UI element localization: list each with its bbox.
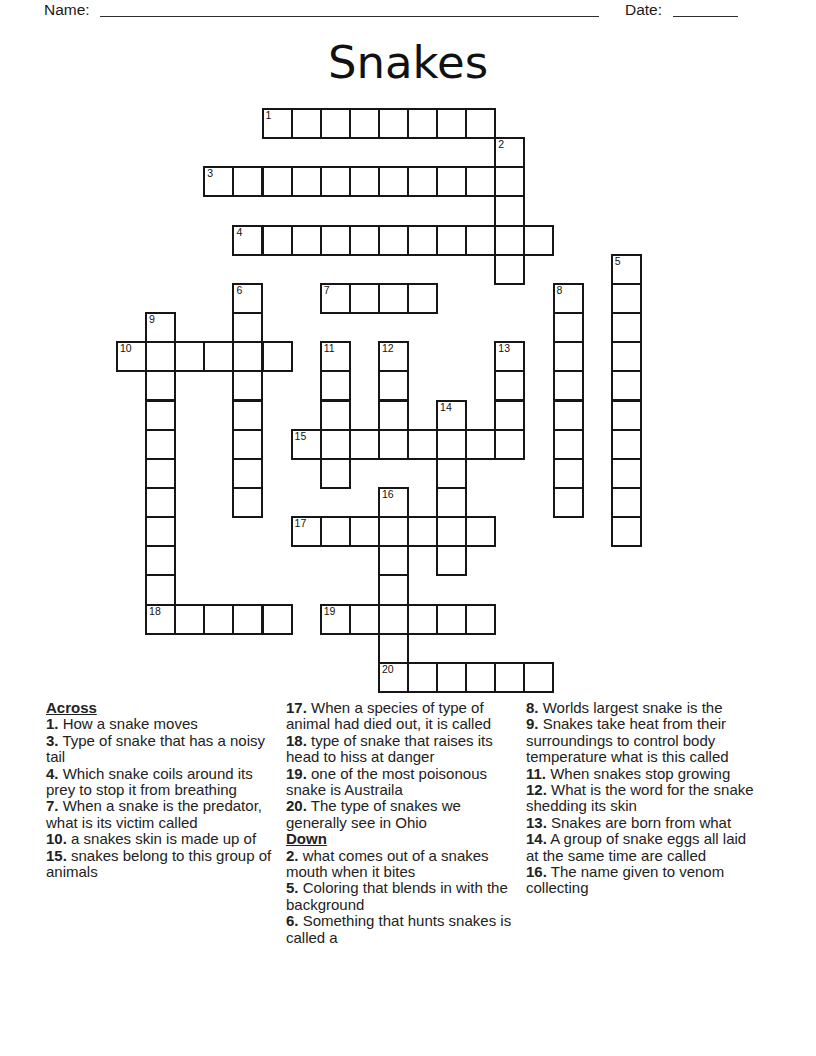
grid-cell-r19c14[interactable] (523, 662, 554, 693)
grid-cell-r8c4[interactable] (232, 341, 263, 372)
grid-cell-r13c11[interactable] (436, 487, 467, 518)
grid-cell-r0c12[interactable] (465, 108, 496, 139)
cell-number: 13 (498, 342, 510, 354)
grid-cell-r11c9[interactable] (378, 429, 409, 460)
grid-cell-r6c10[interactable] (407, 283, 438, 314)
grid-cell-r12c7[interactable] (320, 458, 351, 489)
grid-cell-r2c4[interactable] (232, 166, 263, 197)
down-heading: Down (286, 831, 514, 847)
clue-19: 19. one of the most poisonous snake is A… (286, 766, 514, 799)
cell-number: 1 (266, 109, 272, 121)
grid-cell-r9c7[interactable] (320, 370, 351, 401)
grid-cell-r11c7[interactable] (320, 429, 351, 460)
cell-number: 5 (615, 255, 621, 267)
cell-number: 3 (207, 167, 213, 179)
page-title: Snakes (0, 36, 816, 89)
grid-cell-r6c17[interactable] (611, 283, 642, 314)
grid-cell-r14c1[interactable] (145, 516, 176, 547)
grid-cell-r14c8[interactable] (349, 516, 380, 547)
grid-cell-r19c10[interactable] (407, 662, 438, 693)
grid-cell-r10c13[interactable] (494, 400, 525, 431)
grid-cell-r2c9[interactable] (378, 166, 409, 197)
grid-cell-r12c1[interactable] (145, 458, 176, 489)
cell-number: 6 (236, 284, 242, 296)
cell-number: 14 (440, 401, 452, 413)
grid-cell-r7c15[interactable] (553, 312, 584, 343)
grid-cell-r14c11[interactable] (436, 516, 467, 547)
grid-cell-r17c4[interactable] (232, 604, 263, 635)
grid-cell-r15c11[interactable] (436, 545, 467, 576)
grid-cell-r17c7[interactable]: 19 (320, 604, 351, 635)
grid-cell-r18c9[interactable] (378, 633, 409, 664)
grid-cell-r17c11[interactable] (436, 604, 467, 635)
cell-number: 17 (295, 517, 307, 529)
grid-cell-r4c10[interactable] (407, 225, 438, 256)
grid-cell-r13c17[interactable] (611, 487, 642, 518)
grid-cell-r8c13[interactable]: 13 (494, 341, 525, 372)
grid-cell-r2c5[interactable] (262, 166, 293, 197)
cell-number: 20 (382, 663, 394, 675)
clue-17: 17. When a species of type of animal had… (286, 700, 514, 733)
cell-number: 7 (324, 284, 330, 296)
clues-section: Across1. How a snake moves3. Type of sna… (46, 700, 754, 946)
cell-number: 9 (149, 313, 155, 325)
grid-cell-r5c17[interactable]: 5 (611, 254, 642, 285)
grid-cell-r19c9[interactable]: 20 (378, 662, 409, 693)
clue-6: 6. Something that hunts snakes is called… (286, 913, 514, 946)
grid-cell-r6c7[interactable]: 7 (320, 283, 351, 314)
grid-cell-r8c7[interactable]: 11 (320, 341, 351, 372)
grid-cell-r10c4[interactable] (232, 400, 263, 431)
name-fill-line[interactable] (100, 16, 599, 17)
date-label: Date: (625, 1, 662, 19)
grid-cell-r17c5[interactable] (262, 604, 293, 635)
clue-16: 16. The name given to venom collecting (526, 864, 754, 897)
cell-number: 4 (236, 226, 242, 238)
grid-cell-r8c9[interactable]: 12 (378, 341, 409, 372)
grid-cell-r12c17[interactable] (611, 458, 642, 489)
grid-cell-r8c2[interactable] (174, 341, 205, 372)
clue-8: 8. Worlds largest snake is the (526, 700, 754, 716)
clue-5: 5. Coloring that blends in with the back… (286, 880, 514, 913)
grid-cell-r4c5[interactable] (262, 225, 293, 256)
grid-cell-r13c15[interactable] (553, 487, 584, 518)
grid-cell-r12c11[interactable] (436, 458, 467, 489)
grid-cell-r13c1[interactable] (145, 487, 176, 518)
grid-cell-r17c2[interactable] (174, 604, 205, 635)
grid-cell-r5c13[interactable] (494, 254, 525, 285)
grid-cell-r10c7[interactable] (320, 400, 351, 431)
grid-cell-r17c1[interactable]: 18 (145, 604, 176, 635)
grid-cell-r6c9[interactable] (378, 283, 409, 314)
grid-cell-r4c12[interactable] (465, 225, 496, 256)
grid-cell-r8c1[interactable] (145, 341, 176, 372)
grid-cell-r11c1[interactable] (145, 429, 176, 460)
grid-cell-r0c5[interactable]: 1 (262, 108, 293, 139)
grid-cell-r9c13[interactable] (494, 370, 525, 401)
grid-cell-r19c13[interactable] (494, 662, 525, 693)
grid-cell-r10c15[interactable] (553, 400, 584, 431)
clue-9: 9. Snakes take heat from their surroundi… (526, 716, 754, 765)
grid-cell-r4c6[interactable] (291, 225, 322, 256)
cell-number: 2 (498, 138, 504, 150)
grid-cell-r9c1[interactable] (145, 370, 176, 401)
grid-cell-r1c13[interactable]: 2 (494, 137, 525, 168)
grid-cell-r11c10[interactable] (407, 429, 438, 460)
grid-cell-r11c12[interactable] (465, 429, 496, 460)
clue-10: 10. a snakes skin is made up of (46, 831, 274, 847)
grid-cell-r4c7[interactable] (320, 225, 351, 256)
clue-12: 12. What is the word for the snake shedd… (526, 782, 754, 815)
clue-18: 18. type of snake that raises its head t… (286, 733, 514, 766)
grid-cell-r19c12[interactable] (465, 662, 496, 693)
grid-cell-r0c8[interactable] (349, 108, 380, 139)
grid-cell-r4c14[interactable] (523, 225, 554, 256)
grid-cell-r8c0[interactable]: 10 (116, 341, 147, 372)
clue-20: 20. The type of snakes we generally see … (286, 798, 514, 831)
grid-cell-r9c15[interactable] (553, 370, 584, 401)
grid-cell-r7c1[interactable]: 9 (145, 312, 176, 343)
grid-cell-r8c5[interactable] (262, 341, 293, 372)
cell-number: 11 (324, 342, 335, 354)
grid-cell-r10c9[interactable] (378, 400, 409, 431)
grid-cell-r0c10[interactable] (407, 108, 438, 139)
grid-cell-r4c4[interactable]: 4 (232, 225, 263, 256)
grid-cell-r0c11[interactable] (436, 108, 467, 139)
crossword-grid: 1234567891011121314151617181920 (116, 108, 642, 693)
grid-cell-r9c9[interactable] (378, 370, 409, 401)
grid-cell-r4c11[interactable] (436, 225, 467, 256)
grid-cell-r7c4[interactable] (232, 312, 263, 343)
grid-cell-r14c10[interactable] (407, 516, 438, 547)
clue-column-1: Across1. How a snake moves3. Type of sna… (46, 700, 274, 946)
grid-cell-r6c15[interactable]: 8 (553, 283, 584, 314)
cell-number: 16 (382, 488, 394, 500)
clue-15: 15. snakes belong to this group of anima… (46, 848, 274, 881)
cell-number: 12 (382, 342, 394, 354)
date-fill-line[interactable] (673, 16, 738, 17)
grid-cell-r9c4[interactable] (232, 370, 263, 401)
grid-cell-r15c1[interactable] (145, 545, 176, 576)
grid-cell-r2c11[interactable] (436, 166, 467, 197)
clue-column-3: 8. Worlds largest snake is the9. Snakes … (526, 700, 754, 946)
grid-cell-r8c15[interactable] (553, 341, 584, 372)
grid-cell-r13c4[interactable] (232, 487, 263, 518)
grid-cell-r6c8[interactable] (349, 283, 380, 314)
grid-cell-r7c17[interactable] (611, 312, 642, 343)
grid-cell-r4c9[interactable] (378, 225, 409, 256)
across-heading: Across (46, 700, 274, 716)
grid-cell-r11c4[interactable] (232, 429, 263, 460)
grid-cell-r2c12[interactable] (465, 166, 496, 197)
cell-number: 15 (295, 430, 307, 442)
grid-cell-r8c17[interactable] (611, 341, 642, 372)
clue-4: 4. Which snake coils around its prey to … (46, 766, 274, 799)
grid-cell-r14c7[interactable] (320, 516, 351, 547)
grid-cell-r15c9[interactable] (378, 545, 409, 576)
grid-cell-r19c11[interactable] (436, 662, 467, 693)
grid-cell-r14c17[interactable] (611, 516, 642, 547)
grid-cell-r16c9[interactable] (378, 574, 409, 605)
clue-2: 2. what comes out of a snakes mouth when… (286, 848, 514, 881)
grid-cell-r13c9[interactable]: 16 (378, 487, 409, 518)
grid-cell-r2c10[interactable] (407, 166, 438, 197)
grid-cell-r4c8[interactable] (349, 225, 380, 256)
grid-cell-r2c3[interactable]: 3 (203, 166, 234, 197)
grid-cell-r17c9[interactable] (378, 604, 409, 635)
grid-cell-r3c13[interactable] (494, 195, 525, 226)
grid-cell-r4c13[interactable] (494, 225, 525, 256)
cell-number: 10 (120, 342, 132, 354)
grid-cell-r2c13[interactable] (494, 166, 525, 197)
grid-cell-r17c3[interactable] (203, 604, 234, 635)
grid-cell-r17c8[interactable] (349, 604, 380, 635)
grid-cell-r11c11[interactable] (436, 429, 467, 460)
grid-cell-r2c8[interactable] (349, 166, 380, 197)
cell-number: 8 (557, 284, 563, 296)
grid-cell-r10c1[interactable] (145, 400, 176, 431)
grid-cell-r0c9[interactable] (378, 108, 409, 139)
grid-cell-r16c1[interactable] (145, 574, 176, 605)
grid-cell-r9c17[interactable] (611, 370, 642, 401)
clue-3: 3. Type of snake that has a noisy tail (46, 733, 274, 766)
grid-cell-r2c7[interactable] (320, 166, 351, 197)
grid-cell-r11c17[interactable] (611, 429, 642, 460)
grid-cell-r8c3[interactable] (203, 341, 234, 372)
name-label: Name: (44, 1, 90, 19)
clue-11: 11. When snakes stop growing (526, 766, 754, 782)
clue-14: 14. A group of snake eggs all laid at th… (526, 831, 754, 864)
grid-cell-r10c11[interactable]: 14 (436, 400, 467, 431)
cell-number: 19 (324, 605, 336, 617)
grid-cell-r17c12[interactable] (465, 604, 496, 635)
grid-cell-r12c4[interactable] (232, 458, 263, 489)
grid-cell-r14c6[interactable]: 17 (291, 516, 322, 547)
grid-cell-r14c9[interactable] (378, 516, 409, 547)
worksheet-page: Name: Date: Snakes 123456789101112131415… (0, 0, 816, 1056)
clue-column-2: 17. When a species of type of animal had… (286, 700, 514, 946)
clue-7: 7. When a snake is the predator, what is… (46, 798, 274, 831)
grid-cell-r10c17[interactable] (611, 400, 642, 431)
grid-cell-r14c12[interactable] (465, 516, 496, 547)
grid-cell-r2c6[interactable] (291, 166, 322, 197)
grid-cell-r11c15[interactable] (553, 429, 584, 460)
clue-1: 1. How a snake moves (46, 716, 274, 732)
grid-cell-r0c7[interactable] (320, 108, 351, 139)
grid-cell-r12c15[interactable] (553, 458, 584, 489)
grid-cell-r11c6[interactable]: 15 (291, 429, 322, 460)
grid-cell-r6c4[interactable]: 6 (232, 283, 263, 314)
grid-cell-r11c13[interactable] (494, 429, 525, 460)
cell-number: 18 (149, 605, 161, 617)
grid-cell-r0c6[interactable] (291, 108, 322, 139)
grid-cell-r17c10[interactable] (407, 604, 438, 635)
clue-13: 13. Snakes are born from what (526, 815, 754, 831)
grid-cell-r11c8[interactable] (349, 429, 380, 460)
